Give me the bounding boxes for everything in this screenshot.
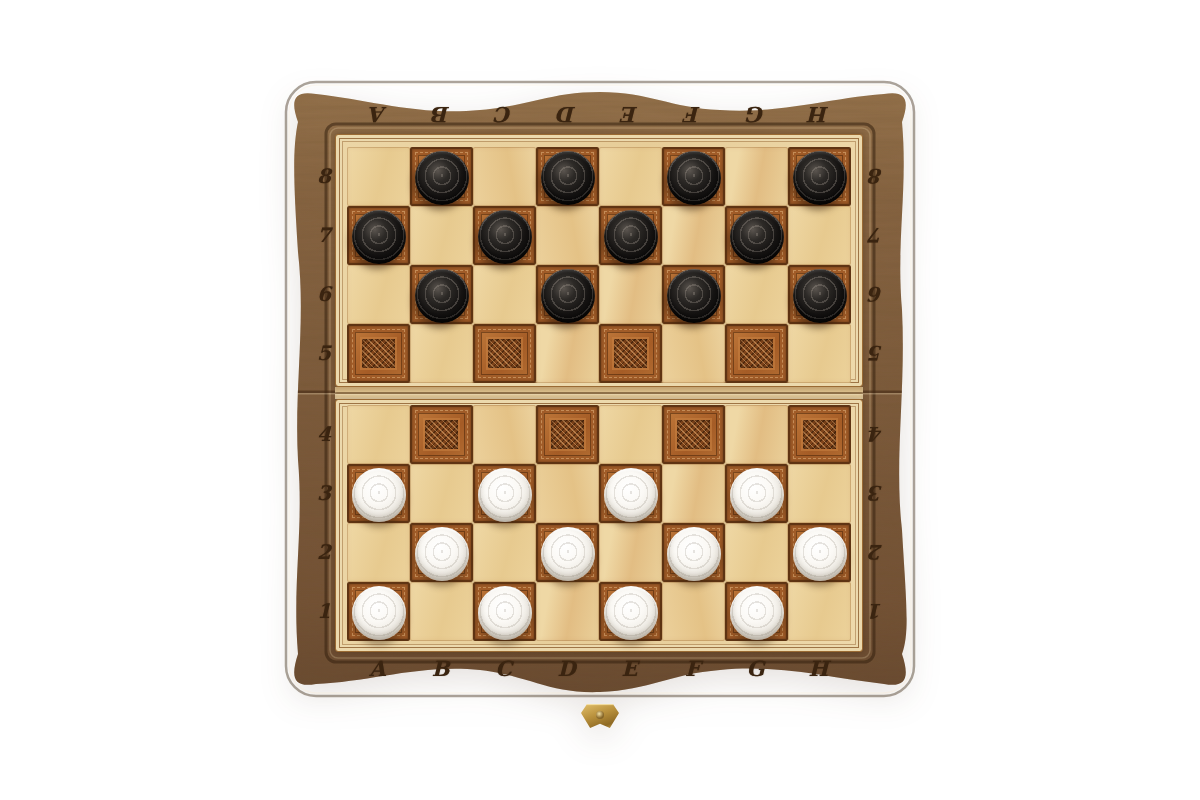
square-h3[interactable]: [788, 464, 851, 523]
square-c4[interactable]: [473, 405, 536, 464]
square-a4[interactable]: [347, 405, 410, 464]
black-piece-c7[interactable]: [478, 210, 532, 264]
square-e5[interactable]: [599, 324, 662, 383]
black-piece-f8[interactable]: [667, 151, 721, 205]
square-b4[interactable]: [410, 405, 473, 464]
white-piece-e3[interactable]: [604, 468, 658, 522]
square-c7[interactable]: [473, 206, 536, 265]
black-piece-d6[interactable]: [541, 269, 595, 323]
square-d4[interactable]: [536, 405, 599, 464]
square-e3[interactable]: [599, 464, 662, 523]
square-f4[interactable]: [662, 405, 725, 464]
square-f2[interactable]: [662, 523, 725, 582]
square-a6[interactable]: [347, 265, 410, 324]
white-piece-g1[interactable]: [730, 586, 784, 640]
black-piece-h8[interactable]: [793, 151, 847, 205]
white-piece-a1[interactable]: [352, 586, 406, 640]
grid-ranks-8-to-5: [347, 147, 851, 383]
checkers-board: ABCDEFGHABCDEFGH8765432187654321: [270, 60, 930, 736]
fold-seam: [335, 387, 863, 399]
square-c6[interactable]: [473, 265, 536, 324]
square-e1[interactable]: [599, 582, 662, 641]
square-a3[interactable]: [347, 464, 410, 523]
square-c8[interactable]: [473, 147, 536, 206]
white-piece-c3[interactable]: [478, 468, 532, 522]
square-h2[interactable]: [788, 523, 851, 582]
square-g2[interactable]: [725, 523, 788, 582]
square-h1[interactable]: [788, 582, 851, 641]
black-piece-d8[interactable]: [541, 151, 595, 205]
square-d2[interactable]: [536, 523, 599, 582]
black-piece-e7[interactable]: [604, 210, 658, 264]
square-h8[interactable]: [788, 147, 851, 206]
square-b5[interactable]: [410, 324, 473, 383]
square-d1[interactable]: [536, 582, 599, 641]
square-g8[interactable]: [725, 147, 788, 206]
square-f6[interactable]: [662, 265, 725, 324]
white-piece-f2[interactable]: [667, 527, 721, 581]
square-e6[interactable]: [599, 265, 662, 324]
square-a8[interactable]: [347, 147, 410, 206]
square-a1[interactable]: [347, 582, 410, 641]
white-piece-c1[interactable]: [478, 586, 532, 640]
square-d5[interactable]: [536, 324, 599, 383]
square-c2[interactable]: [473, 523, 536, 582]
black-piece-a7[interactable]: [352, 210, 406, 264]
square-g4[interactable]: [725, 405, 788, 464]
black-piece-b6[interactable]: [415, 269, 469, 323]
square-f5[interactable]: [662, 324, 725, 383]
square-c5[interactable]: [473, 324, 536, 383]
square-d7[interactable]: [536, 206, 599, 265]
white-piece-h2[interactable]: [793, 527, 847, 581]
square-d6[interactable]: [536, 265, 599, 324]
white-piece-b2[interactable]: [415, 527, 469, 581]
square-f8[interactable]: [662, 147, 725, 206]
square-h6[interactable]: [788, 265, 851, 324]
black-piece-h6[interactable]: [793, 269, 847, 323]
square-g6[interactable]: [725, 265, 788, 324]
white-piece-d2[interactable]: [541, 527, 595, 581]
square-h7[interactable]: [788, 206, 851, 265]
square-a2[interactable]: [347, 523, 410, 582]
square-e8[interactable]: [599, 147, 662, 206]
square-g7[interactable]: [725, 206, 788, 265]
board-panel-lower: [335, 399, 863, 652]
square-b3[interactable]: [410, 464, 473, 523]
grid-ranks-4-to-1: [347, 405, 851, 641]
black-piece-f6[interactable]: [667, 269, 721, 323]
square-h5[interactable]: [788, 324, 851, 383]
square-a7[interactable]: [347, 206, 410, 265]
square-b2[interactable]: [410, 523, 473, 582]
board-panel-upper: [335, 134, 863, 387]
square-c3[interactable]: [473, 464, 536, 523]
photo-stage: ABCDEFGHABCDEFGH8765432187654321: [0, 0, 1200, 800]
square-d8[interactable]: [536, 147, 599, 206]
white-piece-e1[interactable]: [604, 586, 658, 640]
white-piece-a3[interactable]: [352, 468, 406, 522]
square-a5[interactable]: [347, 324, 410, 383]
square-f7[interactable]: [662, 206, 725, 265]
square-g3[interactable]: [725, 464, 788, 523]
square-e7[interactable]: [599, 206, 662, 265]
white-piece-g3[interactable]: [730, 468, 784, 522]
square-b8[interactable]: [410, 147, 473, 206]
square-e4[interactable]: [599, 405, 662, 464]
black-piece-g7[interactable]: [730, 210, 784, 264]
square-f1[interactable]: [662, 582, 725, 641]
square-b6[interactable]: [410, 265, 473, 324]
black-piece-b8[interactable]: [415, 151, 469, 205]
square-b1[interactable]: [410, 582, 473, 641]
square-g1[interactable]: [725, 582, 788, 641]
square-b7[interactable]: [410, 206, 473, 265]
square-d3[interactable]: [536, 464, 599, 523]
square-g5[interactable]: [725, 324, 788, 383]
square-c1[interactable]: [473, 582, 536, 641]
square-f3[interactable]: [662, 464, 725, 523]
square-h4[interactable]: [788, 405, 851, 464]
square-e2[interactable]: [599, 523, 662, 582]
